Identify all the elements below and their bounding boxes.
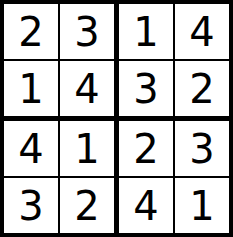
sudoku-cell-r0c3[interactable]: 4 [175, 4, 229, 61]
sudoku-cell-r0c1[interactable]: 3 [60, 4, 119, 61]
sudoku-cell-r3c1[interactable]: 2 [60, 178, 119, 233]
sudoku-cell-r1c0[interactable]: 1 [4, 61, 60, 121]
sudoku-cell-r2c2[interactable]: 2 [119, 121, 175, 178]
sudoku-cell-r1c1[interactable]: 4 [60, 61, 119, 121]
sudoku-board: 2 3 1 4 1 4 3 2 4 1 2 3 3 2 4 1 [0, 0, 233, 237]
sudoku-cell-r2c0[interactable]: 4 [4, 121, 60, 178]
sudoku-cell-r3c0[interactable]: 3 [4, 178, 60, 233]
sudoku-cell-r3c3[interactable]: 1 [175, 178, 229, 233]
sudoku-cell-r0c0[interactable]: 2 [4, 4, 60, 61]
sudoku-cell-r1c3[interactable]: 2 [175, 61, 229, 121]
sudoku-cell-r1c2[interactable]: 3 [119, 61, 175, 121]
sudoku-cell-r2c3[interactable]: 3 [175, 121, 229, 178]
sudoku-cell-r0c2[interactable]: 1 [119, 4, 175, 61]
sudoku-cell-r2c1[interactable]: 1 [60, 121, 119, 178]
sudoku-cell-r3c2[interactable]: 4 [119, 178, 175, 233]
